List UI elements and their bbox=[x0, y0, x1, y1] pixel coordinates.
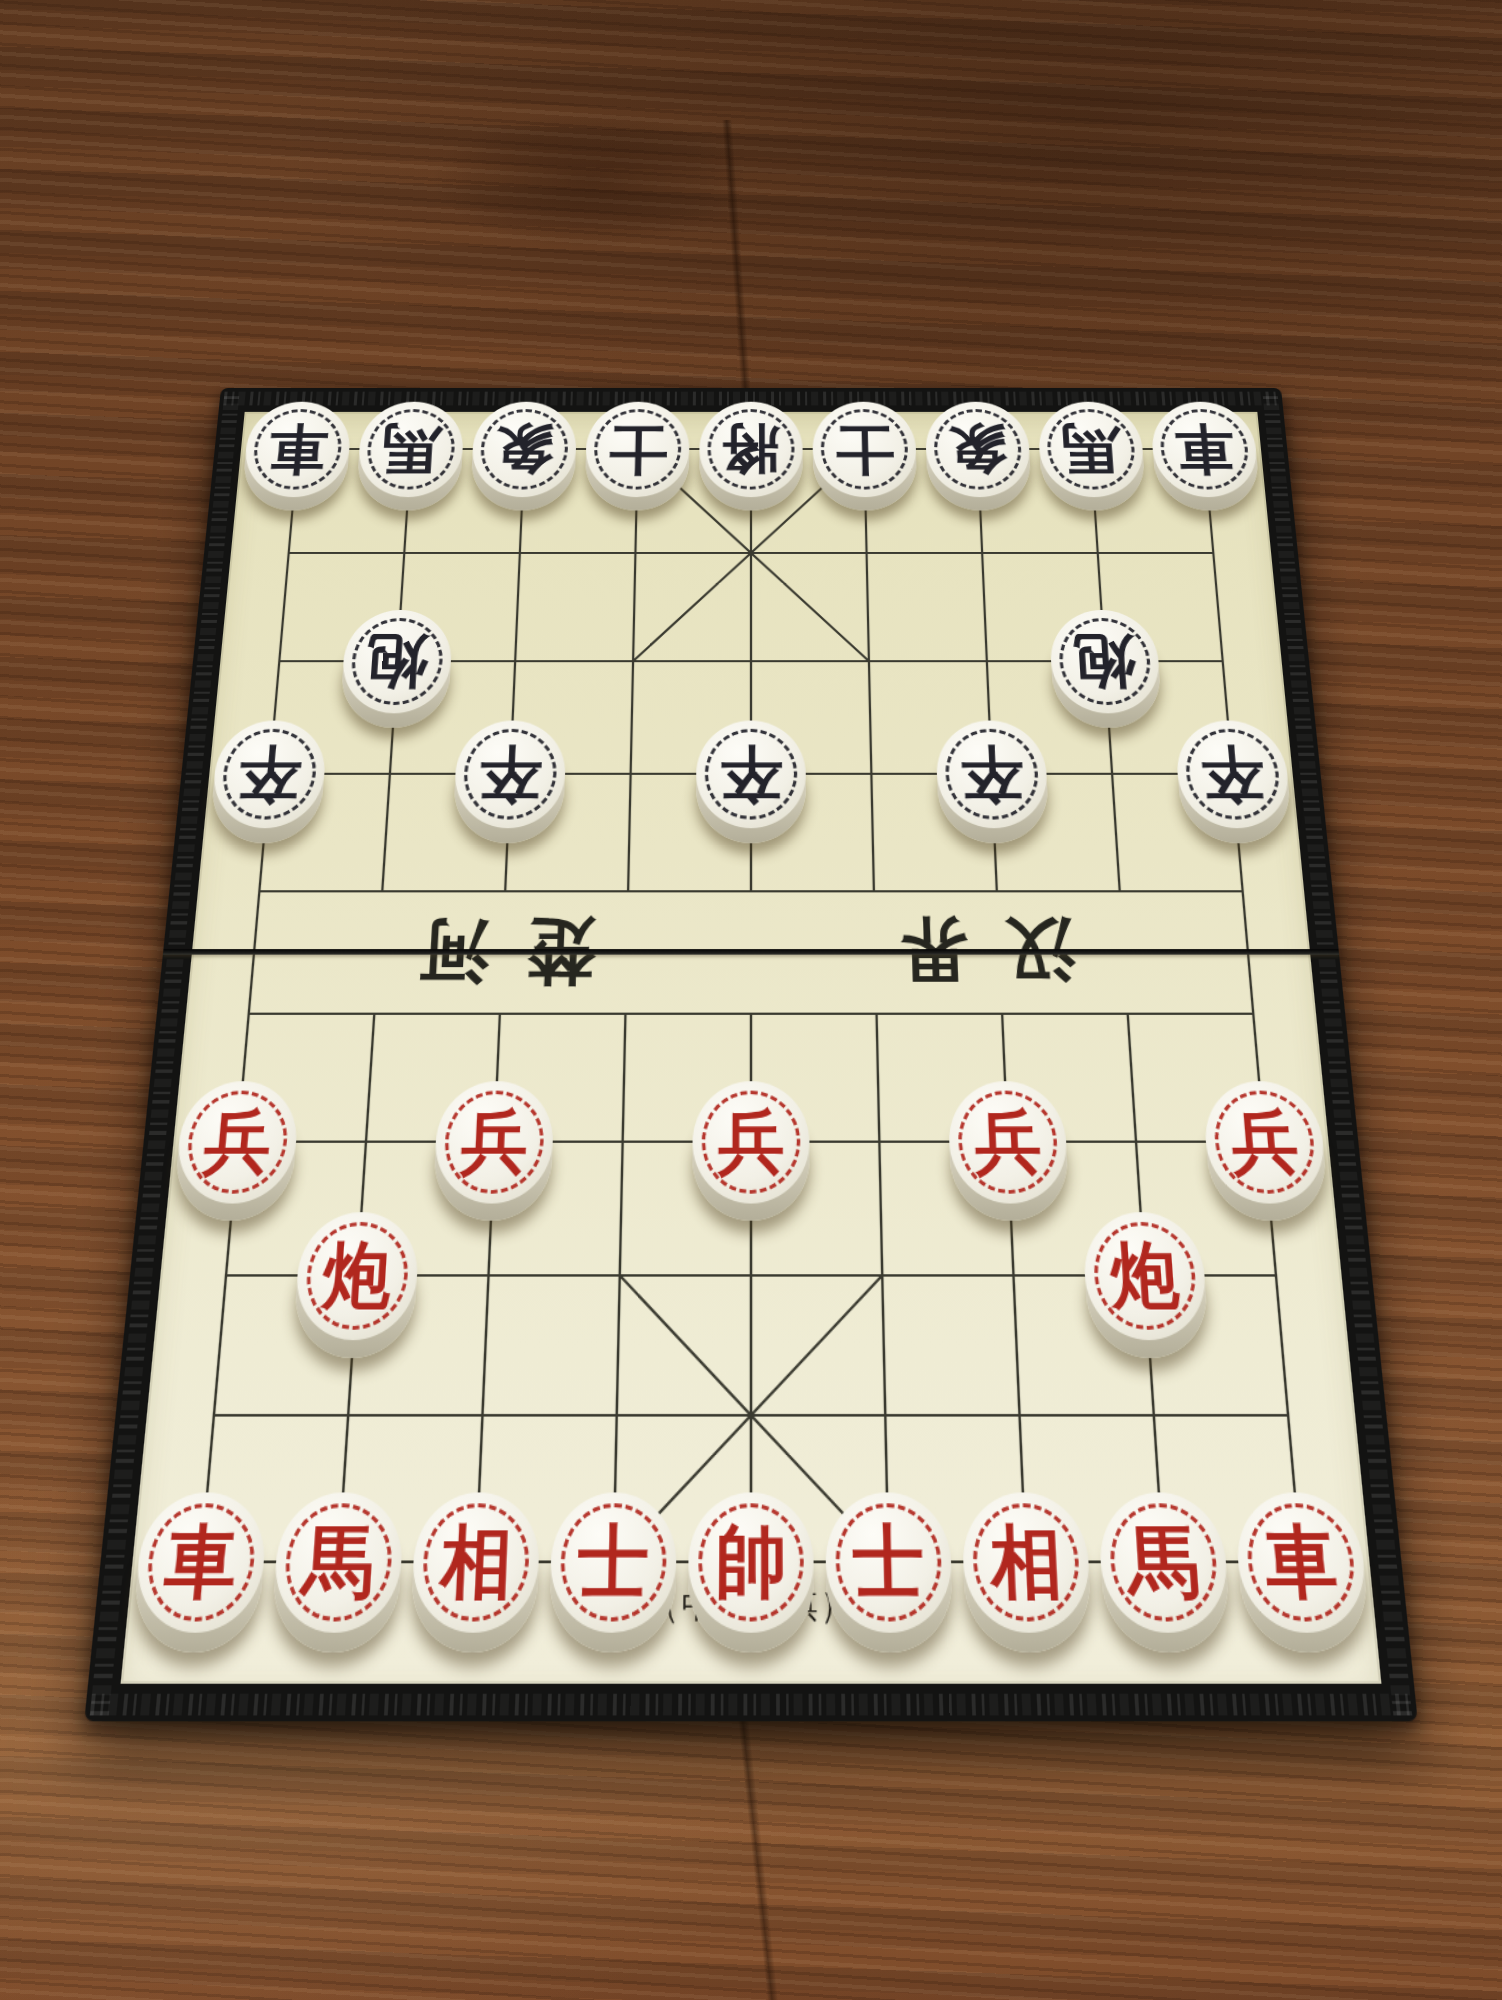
piece-ring bbox=[282, 1503, 395, 1621]
piece-glyph: 卒 bbox=[478, 743, 543, 804]
piece-ring bbox=[701, 1091, 800, 1194]
pieces-layer: 車馬象士將士象馬車炮炮卒卒卒卒卒兵兵兵兵兵炮炮車馬相士帥士相馬車 bbox=[121, 412, 1382, 1684]
piece-glyph: 卒 bbox=[236, 743, 304, 804]
piece-black-soldier[interactable]: 卒 bbox=[696, 721, 807, 829]
piece-black-horse[interactable]: 馬 bbox=[1037, 402, 1146, 497]
board-surface: 楚河 汉界 （中国象棋） 車馬象士將士象馬車炮炮卒卒卒卒卒兵兵兵兵兵炮炮車馬相士… bbox=[121, 412, 1382, 1684]
piece-black-chariot[interactable]: 車 bbox=[1149, 402, 1260, 497]
piece-glyph: 士 bbox=[608, 422, 668, 476]
piece-black-elephant[interactable]: 象 bbox=[924, 402, 1031, 497]
piece-red-soldier[interactable]: 兵 bbox=[173, 1081, 301, 1203]
piece-ring bbox=[971, 1503, 1082, 1621]
piece-face: 帥 bbox=[688, 1492, 815, 1632]
piece-ring bbox=[1211, 1091, 1319, 1194]
piece-glyph: 將 bbox=[722, 422, 781, 476]
piece-ring bbox=[1091, 1222, 1199, 1330]
piece-red-elephant[interactable]: 相 bbox=[410, 1492, 541, 1632]
piece-ring bbox=[1243, 1503, 1359, 1621]
piece-red-cannon[interactable]: 炮 bbox=[1081, 1212, 1209, 1340]
piece-ring bbox=[957, 1091, 1060, 1194]
piece-red-horse[interactable]: 馬 bbox=[1097, 1492, 1231, 1632]
piece-black-soldier[interactable]: 卒 bbox=[935, 721, 1049, 829]
piece-face: 卒 bbox=[696, 721, 807, 829]
piece-ring bbox=[1107, 1503, 1220, 1621]
piece-black-advisor[interactable]: 士 bbox=[585, 402, 690, 497]
piece-glyph: 卒 bbox=[720, 743, 783, 804]
board-perspective-wrapper: 楚河 汉界 （中国象棋） 車馬象士將士象馬車炮炮卒卒卒卒卒兵兵兵兵兵炮炮車馬相士… bbox=[84, 388, 1418, 1721]
piece-red-soldier[interactable]: 兵 bbox=[947, 1081, 1069, 1203]
piece-glyph: 卒 bbox=[1199, 743, 1267, 804]
piece-glyph: 士 bbox=[835, 422, 895, 476]
piece-face: 將 bbox=[699, 402, 803, 497]
piece-red-soldier[interactable]: 兵 bbox=[1201, 1081, 1329, 1203]
piece-red-advisor[interactable]: 士 bbox=[549, 1492, 677, 1632]
piece-ring bbox=[183, 1091, 291, 1194]
photo-scene: 楚河 汉界 （中国象棋） 車馬象士將士象馬車炮炮卒卒卒卒卒兵兵兵兵兵炮炮車馬相士… bbox=[0, 0, 1502, 2000]
piece-black-cannon[interactable]: 炮 bbox=[1048, 610, 1162, 713]
piece-black-elephant[interactable]: 象 bbox=[470, 402, 577, 497]
frame-meander-pattern-bottom bbox=[90, 1694, 1412, 1716]
piece-glyph: 馬 bbox=[380, 422, 442, 476]
piece-black-horse[interactable]: 馬 bbox=[356, 402, 465, 497]
piece-black-general[interactable]: 將 bbox=[699, 402, 803, 497]
piece-red-chariot[interactable]: 車 bbox=[1233, 1492, 1370, 1632]
piece-black-chariot[interactable]: 車 bbox=[241, 402, 352, 497]
piece-ring bbox=[420, 1503, 531, 1621]
piece-black-cannon[interactable]: 炮 bbox=[340, 610, 454, 713]
piece-red-elephant[interactable]: 相 bbox=[961, 1492, 1092, 1632]
piece-glyph: 象 bbox=[947, 422, 1008, 476]
piece-red-advisor[interactable]: 士 bbox=[825, 1492, 953, 1632]
piece-red-general[interactable]: 帥 bbox=[688, 1492, 815, 1632]
piece-glyph: 卒 bbox=[959, 743, 1024, 804]
piece-face: 士 bbox=[812, 402, 917, 497]
piece-red-soldier[interactable]: 兵 bbox=[433, 1081, 555, 1203]
piece-black-soldier[interactable]: 卒 bbox=[209, 721, 328, 829]
piece-ring bbox=[143, 1503, 259, 1621]
piece-black-advisor[interactable]: 士 bbox=[812, 402, 917, 497]
piece-ring bbox=[303, 1222, 411, 1330]
piece-ring bbox=[835, 1503, 943, 1621]
piece-ring bbox=[698, 1503, 805, 1621]
piece-black-soldier[interactable]: 卒 bbox=[453, 721, 567, 829]
piece-glyph: 車 bbox=[266, 422, 329, 476]
piece-black-soldier[interactable]: 卒 bbox=[1174, 721, 1293, 829]
piece-glyph: 車 bbox=[1173, 422, 1236, 476]
piece-red-chariot[interactable]: 車 bbox=[132, 1492, 269, 1632]
piece-red-soldier[interactable]: 兵 bbox=[692, 1081, 810, 1203]
piece-red-cannon[interactable]: 炮 bbox=[293, 1212, 421, 1340]
piece-ring bbox=[442, 1091, 545, 1194]
piece-face: 士 bbox=[825, 1492, 953, 1632]
wood-knot bbox=[380, 90, 800, 270]
xiangqi-board: 楚河 汉界 （中国象棋） 車馬象士將士象馬車炮炮卒卒卒卒卒兵兵兵兵兵炮炮車馬相士… bbox=[84, 388, 1418, 1721]
piece-glyph: 馬 bbox=[1060, 422, 1122, 476]
piece-face: 兵 bbox=[692, 1081, 810, 1203]
piece-glyph: 炮 bbox=[365, 632, 430, 691]
piece-glyph: 象 bbox=[494, 422, 555, 476]
piece-red-horse[interactable]: 馬 bbox=[271, 1492, 405, 1632]
piece-ring bbox=[559, 1503, 667, 1621]
piece-glyph: 炮 bbox=[1072, 632, 1137, 691]
